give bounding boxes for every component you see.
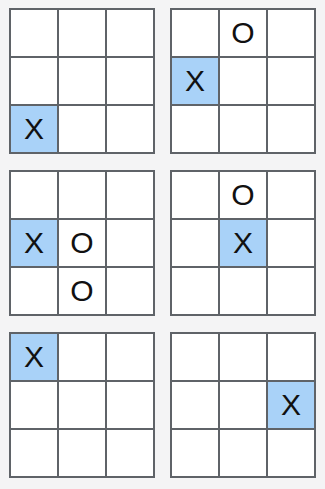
board-2-cell-r1c1[interactable]: [220, 58, 266, 104]
board-4-cell-r2c0[interactable]: [172, 268, 218, 314]
board-3-cell-r2c1[interactable]: O: [59, 268, 105, 314]
board-3: XOO: [9, 170, 155, 316]
board-6-cell-r2c0[interactable]: [172, 430, 218, 476]
board-1-cell-r2c1[interactable]: [59, 106, 105, 152]
board-6-cell-r1c2[interactable]: X: [268, 382, 314, 428]
board-5-cell-r1c0[interactable]: [11, 382, 57, 428]
board-3-cell-r1c0[interactable]: X: [11, 220, 57, 266]
board-4-cell-r0c0[interactable]: [172, 172, 218, 218]
board-6-cell-r1c1[interactable]: [220, 382, 266, 428]
board-2-cell-r2c0[interactable]: [172, 106, 218, 152]
board-5-cell-r2c2[interactable]: [107, 430, 153, 476]
board-5-cell-r1c2[interactable]: [107, 382, 153, 428]
board-1-cell-r2c2[interactable]: [107, 106, 153, 152]
board-5-cell-r0c2[interactable]: [107, 334, 153, 380]
board-2-cell-r0c0[interactable]: [172, 10, 218, 56]
board-4: OX: [170, 170, 316, 316]
board-6-cell-r0c0[interactable]: [172, 334, 218, 380]
board-3-cell-r0c1[interactable]: [59, 172, 105, 218]
board-1-cell-r1c2[interactable]: [107, 58, 153, 104]
board-5-cell-r0c0[interactable]: X: [11, 334, 57, 380]
board-5-cell-r1c1[interactable]: [59, 382, 105, 428]
board-2-cell-r0c2[interactable]: [268, 10, 314, 56]
board-3-cell-r2c2[interactable]: [107, 268, 153, 314]
board-1-cell-r0c2[interactable]: [107, 10, 153, 56]
board-5-cell-r2c0[interactable]: [11, 430, 57, 476]
board-6: X: [170, 332, 316, 478]
board-2-cell-r2c1[interactable]: [220, 106, 266, 152]
board-6-cell-r0c2[interactable]: [268, 334, 314, 380]
board-3-cell-r1c2[interactable]: [107, 220, 153, 266]
board-5-cell-r2c1[interactable]: [59, 430, 105, 476]
board-4-cell-r2c2[interactable]: [268, 268, 314, 314]
board-2-cell-r2c2[interactable]: [268, 106, 314, 152]
board-3-cell-r0c0[interactable]: [11, 172, 57, 218]
board-2-cell-r1c2[interactable]: [268, 58, 314, 104]
board-4-cell-r0c1[interactable]: O: [220, 172, 266, 218]
board-5-cell-r0c1[interactable]: [59, 334, 105, 380]
board-1-cell-r1c1[interactable]: [59, 58, 105, 104]
board-6-cell-r2c2[interactable]: [268, 430, 314, 476]
board-3-cell-r1c1[interactable]: O: [59, 220, 105, 266]
board-1-cell-r0c1[interactable]: [59, 10, 105, 56]
board-2-cell-r1c0[interactable]: X: [172, 58, 218, 104]
board-2: OX: [170, 8, 316, 154]
board-4-cell-r1c2[interactable]: [268, 220, 314, 266]
board-6-cell-r1c0[interactable]: [172, 382, 218, 428]
board-1-cell-r0c0[interactable]: [11, 10, 57, 56]
board-4-cell-r0c2[interactable]: [268, 172, 314, 218]
board-6-cell-r0c1[interactable]: [220, 334, 266, 380]
board-1: X: [9, 8, 155, 154]
board-1-cell-r1c0[interactable]: [11, 58, 57, 104]
board-3-cell-r2c0[interactable]: [11, 268, 57, 314]
boards-grid: XOXXOOOXXX: [0, 0, 325, 489]
board-4-cell-r1c0[interactable]: [172, 220, 218, 266]
board-3-cell-r0c2[interactable]: [107, 172, 153, 218]
board-2-cell-r0c1[interactable]: O: [220, 10, 266, 56]
board-6-cell-r2c1[interactable]: [220, 430, 266, 476]
board-5: X: [9, 332, 155, 478]
board-4-cell-r1c1[interactable]: X: [220, 220, 266, 266]
board-1-cell-r2c0[interactable]: X: [11, 106, 57, 152]
board-4-cell-r2c1[interactable]: [220, 268, 266, 314]
